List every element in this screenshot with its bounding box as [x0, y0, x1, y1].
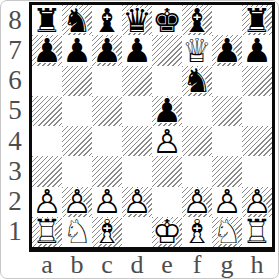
- square-g6: [212, 66, 242, 96]
- rank-label-6: 6: [1, 66, 29, 96]
- square-b6: [62, 66, 92, 96]
- chess-diagram: 8 7 6 5 4 3 2 1 ♜♜♞♞♝♝♛♛♚♚♝♝♜♜♟♟♟♟♟♟♟♟♛♕…: [0, 0, 279, 279]
- rank-label-3: 3: [1, 156, 29, 186]
- square-h1: ♜♖: [242, 217, 272, 247]
- square-h4: [242, 126, 272, 156]
- square-g7: ♟♟: [212, 35, 242, 65]
- rank-label-1: 1: [1, 217, 29, 247]
- square-b5: [62, 96, 92, 126]
- rank-label-2: 2: [1, 187, 29, 217]
- file-label-c: c: [92, 252, 122, 278]
- file-label-d: d: [122, 252, 152, 278]
- piece-black-pawn: ♟♟: [242, 35, 272, 65]
- rank-label-7: 7: [1, 35, 29, 65]
- file-label-e: e: [152, 252, 182, 278]
- square-g4: [212, 126, 242, 156]
- square-h5: [242, 96, 272, 126]
- square-h7: ♟♟: [242, 35, 272, 65]
- piece-black-pawn: ♟♟: [92, 35, 122, 65]
- square-a5: [32, 96, 62, 126]
- square-a6: [32, 66, 62, 96]
- piece-black-pawn: ♟♟: [122, 35, 152, 65]
- square-e8: ♚♚: [152, 5, 182, 35]
- piece-black-king: ♚♚: [152, 5, 182, 35]
- square-c6: [92, 66, 122, 96]
- rank-label-5: 5: [1, 96, 29, 126]
- piece-white-pawn: ♟♙: [122, 187, 152, 217]
- piece-black-pawn: ♟♟: [32, 35, 62, 65]
- square-h6: [242, 66, 272, 96]
- square-d2: ♟♙: [122, 187, 152, 217]
- piece-black-knight: ♞♞: [182, 66, 212, 96]
- piece-white-pawn: ♟♙: [152, 126, 182, 156]
- square-f4: [182, 126, 212, 156]
- square-g5: [212, 96, 242, 126]
- square-g1: ♞♘: [212, 217, 242, 247]
- square-c4: [92, 126, 122, 156]
- piece-white-rook: ♜♖: [242, 217, 272, 247]
- file-label-b: b: [62, 252, 92, 278]
- piece-white-rook: ♜♖: [32, 217, 62, 247]
- file-label-f: f: [182, 252, 212, 278]
- file-label-h: h: [242, 252, 272, 278]
- rank-label-8: 8: [1, 5, 29, 35]
- piece-white-bishop: ♝♗: [182, 217, 212, 247]
- file-label-a: a: [32, 252, 62, 278]
- chess-board: ♜♜♞♞♝♝♛♛♚♚♝♝♜♜♟♟♟♟♟♟♟♟♛♕♟♟♟♟♞♞♟♟♟♙♟♙♟♙♟♙…: [29, 2, 275, 252]
- square-c5: [92, 96, 122, 126]
- file-label-g: g: [212, 252, 242, 278]
- rank-labels: 8 7 6 5 4 3 2 1: [1, 5, 29, 247]
- square-d1: [122, 217, 152, 247]
- square-e1: ♚♔: [152, 217, 182, 247]
- square-c7: ♟♟: [92, 35, 122, 65]
- square-d5: [122, 96, 152, 126]
- piece-black-pawn: ♟♟: [212, 35, 242, 65]
- file-labels: a b c d e f g h: [32, 252, 272, 278]
- piece-white-knight: ♞♘: [62, 217, 92, 247]
- square-b1: ♞♘: [62, 217, 92, 247]
- square-a4: [32, 126, 62, 156]
- square-f6: ♞♞: [182, 66, 212, 96]
- square-d4: [122, 126, 152, 156]
- piece-white-bishop: ♝♗: [92, 217, 122, 247]
- square-d6: [122, 66, 152, 96]
- square-b4: [62, 126, 92, 156]
- piece-black-pawn: ♟♟: [62, 35, 92, 65]
- square-d7: ♟♟: [122, 35, 152, 65]
- square-e4: ♟♙: [152, 126, 182, 156]
- square-b7: ♟♟: [62, 35, 92, 65]
- square-e3: [152, 156, 182, 186]
- square-f1: ♝♗: [182, 217, 212, 247]
- piece-white-knight: ♞♘: [212, 217, 242, 247]
- piece-white-king: ♚♔: [152, 217, 182, 247]
- square-a1: ♜♖: [32, 217, 62, 247]
- square-c1: ♝♗: [92, 217, 122, 247]
- square-e7: [152, 35, 182, 65]
- square-f5: [182, 96, 212, 126]
- square-a7: ♟♟: [32, 35, 62, 65]
- rank-label-4: 4: [1, 126, 29, 156]
